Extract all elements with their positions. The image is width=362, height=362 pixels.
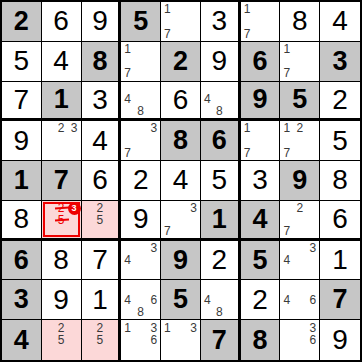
cell-r1c7[interactable]: 17 (241, 2, 281, 42)
given-digit: 2 (14, 8, 29, 35)
candidate-7: 7 (283, 67, 290, 79)
pencil-marks: 27 (281, 202, 318, 237)
given-digit: 3 (14, 286, 29, 313)
candidate-3: 3 (150, 242, 157, 254)
cell-r5c9[interactable]: 8 (320, 161, 360, 201)
candidate-3: 3 (150, 322, 157, 334)
cell-r7c3[interactable]: 7 (82, 241, 122, 281)
solved-digit: 4 (332, 7, 348, 35)
given-digit: 5 (173, 286, 188, 313)
cell-r6c7[interactable]: 4 (241, 201, 281, 241)
cell-r3c2[interactable]: 1 (42, 82, 82, 122)
solved-digit: 9 (53, 286, 69, 314)
pencil-marks: 23 (43, 122, 80, 159)
candidate-6: 6 (150, 334, 157, 346)
candidate-1: 1 (124, 322, 131, 334)
cell-r8c3[interactable]: 1 (82, 280, 122, 320)
candidate-5: 5 (97, 214, 104, 226)
candidate-1: 1 (124, 43, 131, 55)
candidate-4: 4 (124, 254, 131, 266)
cell-r6c9[interactable]: 6 (320, 201, 360, 241)
solved-digit: 2 (211, 246, 227, 274)
pencil-marks: 48 (122, 83, 159, 118)
cell-r8c5[interactable]: 5 (161, 280, 201, 320)
cell-r7c7[interactable]: 5 (241, 241, 281, 281)
cell-r2c7[interactable]: 6 (241, 42, 281, 82)
cell-r3c1[interactable]: 7 (2, 82, 42, 122)
candidate-2: 2 (58, 322, 65, 334)
cell-r1c4[interactable]: 5 (121, 2, 161, 42)
solved-digit: 8 (53, 246, 69, 274)
candidate-8: 8 (216, 306, 223, 318)
given-digit: 5 (253, 247, 268, 274)
candidate-3: 3 (310, 242, 317, 254)
given-digit: 9 (292, 167, 307, 194)
cell-r5c4[interactable]: 2 (121, 161, 161, 201)
cell-r6c3[interactable]: 25 (82, 201, 122, 241)
given-digit: 5 (292, 86, 307, 113)
pencil-marks: 37 (162, 202, 199, 237)
candidate-8: 8 (137, 105, 144, 117)
cell-r9c3[interactable]: 25 (82, 320, 122, 360)
cell-r3c4[interactable]: 48 (121, 82, 161, 122)
cell-r2c6[interactable]: 9 (201, 42, 241, 82)
cell-r6c1[interactable]: 8 (2, 201, 42, 241)
solved-digit: 4 (173, 166, 189, 194)
cell-r5c1[interactable]: 1 (2, 161, 42, 201)
given-digit: 4 (14, 327, 29, 354)
cell-r2c1[interactable]: 5 (2, 42, 42, 82)
pencil-marks: 17 (162, 3, 199, 40)
cell-r2c3[interactable]: 8 (82, 42, 122, 82)
solved-digit: 6 (53, 7, 69, 35)
cell-r5c8[interactable]: 9 (280, 161, 320, 201)
cell-r1c5[interactable]: 17 (161, 2, 201, 42)
solved-digit: 9 (14, 127, 30, 155)
solved-digit: 1 (332, 246, 348, 274)
given-digit: 6 (253, 48, 268, 75)
candidate-5: 5 (58, 334, 65, 346)
pencil-marks: 136 (122, 321, 159, 359)
given-digit: 2 (173, 48, 188, 75)
candidate-4: 4 (283, 294, 290, 306)
cell-r2c2[interactable]: 4 (42, 42, 82, 82)
candidate-3: 3 (190, 202, 197, 214)
cell-r2c8[interactable]: 17 (280, 42, 320, 82)
given-digit: 5 (133, 8, 148, 35)
candidate-1: 1 (283, 43, 290, 55)
pencil-marks: 36 (281, 321, 318, 359)
candidate-3: 3 (150, 122, 157, 134)
cell-r8c6[interactable]: 48 (201, 280, 241, 320)
pencil-marks: 48 (202, 83, 237, 118)
cell-r5c3[interactable]: 6 (82, 161, 122, 201)
cell-r1c6[interactable]: 3 (201, 2, 241, 42)
given-digit: 1 (14, 167, 29, 194)
solved-digit: 6 (173, 86, 189, 114)
solved-digit: 8 (292, 7, 308, 35)
candidate-6: 6 (310, 294, 317, 306)
given-digit: 7 (333, 286, 348, 313)
solved-digit: 3 (211, 7, 227, 35)
candidate-6: 6 (150, 294, 157, 306)
cell-r5c6[interactable]: 5 (201, 161, 241, 201)
cell-r4c8[interactable]: 127 (280, 121, 320, 161)
solved-digit: 5 (332, 127, 348, 155)
cell-r1c9[interactable]: 4 (320, 2, 360, 42)
candidate-2: 2 (296, 122, 303, 134)
cell-r1c8[interactable]: 8 (280, 2, 320, 42)
candidate-1: 1 (164, 3, 171, 15)
cell-r2c9[interactable]: 3 (320, 42, 360, 82)
pencil-marks: 17 (281, 43, 318, 80)
given-digit: 8 (92, 48, 107, 75)
cell-r4c1[interactable]: 9 (2, 121, 42, 161)
solved-digit: 9 (211, 47, 227, 75)
pencil-marks: 17 (242, 3, 279, 40)
cell-r7c4[interactable]: 34 (121, 241, 161, 281)
cell-r6c5[interactable]: 37 (161, 201, 201, 241)
candidate-1: 1 (244, 3, 251, 15)
pencil-marks: 25 (43, 321, 80, 359)
candidate-7: 7 (283, 225, 290, 237)
given-digit: 6 (14, 247, 29, 274)
solved-digit: 2 (252, 286, 268, 314)
given-digit: 7 (212, 327, 227, 354)
cell-r7c8[interactable]: 34 (280, 241, 320, 281)
solved-digit: 7 (14, 86, 30, 114)
cell-r7c5[interactable]: 9 (161, 241, 201, 281)
solved-digit: 4 (92, 127, 108, 155)
candidate-7: 7 (124, 147, 131, 159)
cell-r3c7[interactable]: 9 (241, 82, 281, 122)
cell-r4c4[interactable]: 37 (121, 121, 161, 161)
candidate-1: 1 (283, 122, 290, 134)
given-digit: 7 (54, 167, 69, 194)
solved-digit: 6 (332, 205, 348, 233)
candidate-3: 3 (71, 122, 78, 134)
cell-r9c7[interactable]: 8 (241, 320, 281, 360)
cell-r3c9[interactable]: 2 (320, 82, 360, 122)
cell-r4c9[interactable]: 5 (320, 121, 360, 161)
solved-digit: 5 (14, 47, 30, 75)
pencil-marks: 34 (281, 242, 318, 279)
solved-digit: 2 (133, 166, 149, 194)
cell-r4c2[interactable]: 23 (42, 121, 82, 161)
hint-badge-digit: 3 (68, 202, 81, 215)
given-digit: 3 (333, 48, 348, 75)
candidate-3: 3 (310, 322, 317, 334)
cell-r1c3[interactable]: 9 (82, 2, 122, 42)
cell-r8c2[interactable]: 9 (42, 280, 82, 320)
candidate-8: 8 (137, 306, 144, 318)
cell-r3c3[interactable]: 3 (82, 82, 122, 122)
candidate-2: 2 (296, 202, 303, 214)
solved-digit: 9 (92, 7, 108, 35)
solved-digit: 9 (332, 326, 348, 354)
solved-digit: 2 (332, 86, 348, 114)
cell-r3c8[interactable]: 5 (280, 82, 320, 122)
candidate-6: 6 (310, 334, 317, 346)
cell-r8c8[interactable]: 46 (280, 280, 320, 320)
cell-r6c4[interactable]: 9 (121, 201, 161, 241)
cell-r7c2[interactable]: 8 (42, 241, 82, 281)
candidate-7: 7 (283, 147, 290, 159)
cell-r1c2[interactable]: 6 (42, 2, 82, 42)
cell-r6c6[interactable]: 1 (201, 201, 241, 241)
candidate-4: 4 (283, 254, 290, 266)
solved-digit: 3 (92, 86, 108, 114)
solved-digit: 6 (92, 166, 108, 194)
candidate-4: 4 (204, 294, 211, 306)
pencil-marks: 25 (83, 321, 118, 359)
cell-r9c9[interactable]: 9 (320, 320, 360, 360)
cell-r5c7[interactable]: 3 (241, 161, 281, 201)
pencil-marks: 17 (122, 43, 159, 80)
solved-digit: 4 (53, 47, 69, 75)
pencil-marks: 46 (281, 281, 318, 318)
candidate-2: 2 (97, 322, 104, 334)
candidate-7: 7 (164, 28, 171, 40)
cell-r9c5[interactable]: 13 (161, 320, 201, 360)
cell-r6c8[interactable]: 27 (280, 201, 320, 241)
candidate-7: 7 (124, 67, 131, 79)
candidate-1: 1 (244, 122, 251, 134)
candidate-4: 4 (124, 294, 131, 306)
pencil-marks: 13 (162, 321, 199, 359)
cell-r9c4[interactable]: 136 (121, 320, 161, 360)
cell-r7c6[interactable]: 2 (201, 241, 241, 281)
solved-digit: 8 (332, 166, 348, 194)
cell-r8c9[interactable]: 7 (320, 280, 360, 320)
pencil-marks: 37 (122, 122, 159, 159)
solved-digit: 3 (252, 166, 268, 194)
cell-r9c6[interactable]: 7 (201, 320, 241, 360)
pencil-marks: 34 (122, 242, 159, 279)
cell-r8c7[interactable]: 2 (241, 280, 281, 320)
solved-digit: 7 (92, 246, 108, 274)
candidate-8: 8 (216, 105, 223, 117)
candidate-7: 7 (244, 28, 251, 40)
candidate-1: 1 (164, 322, 171, 334)
given-digit: 9 (173, 247, 188, 274)
cell-r2c4[interactable]: 17 (121, 42, 161, 82)
pencil-marks: 17 (242, 122, 279, 159)
given-digit: 8 (253, 327, 268, 354)
cell-r9c8[interactable]: 36 (280, 320, 320, 360)
cell-r4c3[interactable]: 4 (82, 121, 122, 161)
pencil-marks: 127 (281, 122, 318, 159)
cell-r5c5[interactable]: 4 (161, 161, 201, 201)
cell-r3c5[interactable]: 6 (161, 82, 201, 122)
candidate-5: 5 (97, 334, 104, 346)
candidate-4: 4 (204, 93, 211, 105)
given-digit: 8 (173, 127, 188, 154)
cell-r1c1[interactable]: 2 (2, 2, 42, 42)
cell-r3c6[interactable]: 48 (201, 82, 241, 122)
pencil-marks: 468 (122, 281, 159, 318)
pencil-marks: 25 (83, 202, 118, 237)
cell-r9c2[interactable]: 25 (42, 320, 82, 360)
candidate-7: 7 (164, 225, 171, 237)
candidate-2: 2 (58, 122, 65, 134)
cell-r6c2[interactable]: 253 (42, 201, 82, 241)
given-digit: 4 (253, 206, 268, 233)
solved-digit: 9 (133, 205, 149, 233)
given-digit: 1 (212, 206, 227, 233)
cell-r4c5[interactable]: 8 (161, 121, 201, 161)
cell-r5c2[interactable]: 7 (42, 161, 82, 201)
given-digit: 1 (54, 86, 69, 113)
solved-digit: 1 (92, 286, 108, 314)
pencil-marks: 48 (202, 281, 237, 318)
candidate-4: 4 (124, 93, 131, 105)
candidate-7: 7 (244, 147, 251, 159)
cell-r7c9[interactable]: 1 (320, 241, 360, 281)
struck-candidate-5: 5 (58, 214, 65, 226)
cell-r4c6[interactable]: 6 (201, 121, 241, 161)
cell-r7c1[interactable]: 6 (2, 241, 42, 281)
cell-r8c4[interactable]: 468 (121, 280, 161, 320)
candidate-3: 3 (190, 322, 197, 334)
solved-digit: 5 (211, 166, 227, 194)
cell-r2c5[interactable]: 2 (161, 42, 201, 82)
cell-r4c7[interactable]: 17 (241, 121, 281, 161)
given-digit: 9 (253, 86, 268, 113)
cell-r9c1[interactable]: 4 (2, 320, 42, 360)
sudoku-board: 2695173178454817296173713486489529234378… (0, 0, 362, 362)
cell-r8c1[interactable]: 3 (2, 280, 42, 320)
solved-digit: 8 (14, 205, 30, 233)
given-digit: 6 (212, 127, 227, 154)
